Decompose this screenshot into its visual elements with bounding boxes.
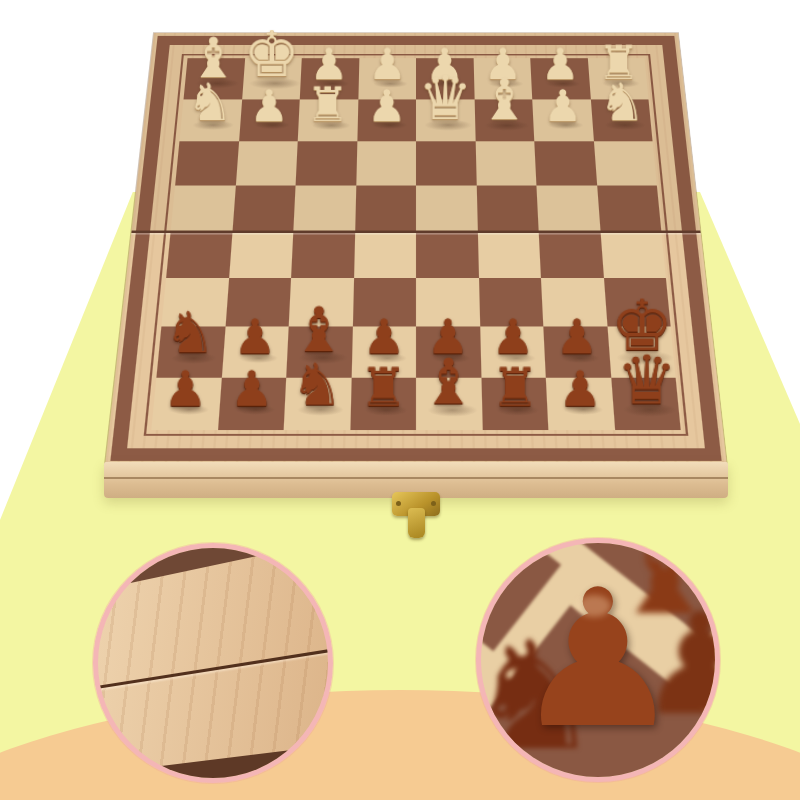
closeup-pawn-piece: ♟ <box>513 565 683 755</box>
square-r4c4-dark[interactable] <box>355 185 416 230</box>
square-r3c8-light[interactable] <box>593 141 656 185</box>
clasp-screw-left <box>396 501 401 506</box>
black-pawn[interactable]: ♟ <box>233 314 276 362</box>
inset-pieces-detail-circle: ♞ ♝ ♟ ♟ <box>476 538 720 782</box>
white-pawn[interactable]: ♟ <box>249 85 288 129</box>
pawn-gloss-highlight <box>577 595 611 617</box>
square-r3c3-dark[interactable] <box>296 141 357 185</box>
black-bishop[interactable]: ♝ <box>421 351 477 414</box>
square-r5c5-dark[interactable] <box>416 231 478 278</box>
black-knight[interactable]: ♞ <box>291 356 343 414</box>
white-queen[interactable]: ♛ <box>418 68 472 128</box>
square-r5c1-dark[interactable] <box>166 231 232 278</box>
black-pawn[interactable]: ♟ <box>491 314 534 362</box>
square-r5c3-dark[interactable] <box>291 231 355 278</box>
square-r3c7-dark[interactable] <box>534 141 596 185</box>
black-rook[interactable]: ♜ <box>491 360 539 414</box>
square-r4c5-light[interactable] <box>416 185 477 230</box>
black-pawn[interactable]: ♟ <box>230 365 274 414</box>
black-pawn[interactable]: ♟ <box>362 314 405 362</box>
black-pawn[interactable]: ♟ <box>556 314 599 362</box>
black-rook[interactable]: ♜ <box>359 360 407 414</box>
square-r5c7-dark[interactable] <box>539 231 604 278</box>
wood-grain-lines <box>93 543 333 783</box>
square-r4c1-light[interactable] <box>171 185 236 230</box>
square-r4c6-dark[interactable] <box>476 185 538 230</box>
product-photo-scene: ♝♚♟♟♟♟♟♜♞♟♜♟♛♝♟♞♞♟♝♟♟♟♟♚♟♟♞♜♝♜♟♛ ♞ ♝ ♟ ♟ <box>0 0 800 800</box>
square-r4c2-dark[interactable] <box>232 185 296 230</box>
square-r5c6-light[interactable] <box>477 231 541 278</box>
white-king[interactable]: ♚ <box>243 23 300 86</box>
square-r4c8-dark[interactable] <box>597 185 662 230</box>
square-r5c8-light[interactable] <box>600 231 666 278</box>
black-pawn[interactable]: ♟ <box>559 365 603 414</box>
square-r3c5-dark[interactable] <box>416 141 476 185</box>
inset-wood-detail-circle <box>93 543 333 783</box>
white-pawn[interactable]: ♟ <box>367 85 406 129</box>
white-knight[interactable]: ♞ <box>599 76 646 128</box>
white-pawn[interactable]: ♟ <box>543 85 582 129</box>
white-bishop[interactable]: ♝ <box>479 72 529 128</box>
square-r4c7-light[interactable] <box>536 185 600 230</box>
black-knight[interactable]: ♞ <box>165 304 216 361</box>
fold-hinge-line <box>131 231 700 233</box>
square-r3c6-light[interactable] <box>475 141 536 185</box>
square-r3c2-light[interactable] <box>235 141 297 185</box>
brass-clasp-latch[interactable] <box>408 508 425 538</box>
square-r5c4-light[interactable] <box>354 231 416 278</box>
white-rook[interactable]: ♜ <box>306 80 349 128</box>
white-knight[interactable]: ♞ <box>187 76 234 128</box>
black-pawn[interactable]: ♟ <box>164 365 208 414</box>
square-r5c2-light[interactable] <box>229 231 294 278</box>
clasp-screw-right <box>431 501 436 506</box>
square-r3c4-light[interactable] <box>356 141 416 185</box>
black-queen[interactable]: ♛ <box>616 346 677 414</box>
chessboard[interactable]: ♝♚♟♟♟♟♟♜♞♟♜♟♛♝♟♞♞♟♝♟♟♟♟♚♟♟♞♜♝♜♟♛ <box>105 33 727 465</box>
square-r4c3-light[interactable] <box>293 185 355 230</box>
front-edge-seam <box>104 477 728 479</box>
square-r3c1-dark[interactable] <box>175 141 238 185</box>
